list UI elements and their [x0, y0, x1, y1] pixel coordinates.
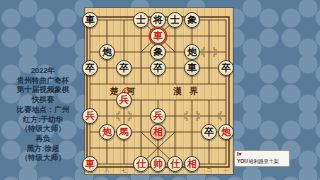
thumbnail-screen: 2022年贵州特曲广奇杯第十届视频象棋快棋赛比赛地点：广州红方:于幼华（特级大师…	[0, 0, 320, 180]
watermark-channel-name: YOU哈利路亚十架	[237, 159, 287, 164]
info-line: 快棋赛	[0, 95, 86, 105]
piece-black-卒-f3r3[interactable]: 卒	[116, 60, 132, 76]
file-label: 七	[119, 167, 129, 173]
info-line: 再负	[0, 134, 86, 144]
tournament-info-lines: 2022年贵州特曲广奇杯第十届视频象棋快棋赛比赛地点：广州红方:于幼华（特级大师…	[0, 66, 86, 163]
piece-black-卒-f1r3[interactable]: 卒	[82, 60, 98, 76]
file-label: 八	[102, 167, 112, 173]
piece-black-車-f7r3[interactable]: 車	[184, 60, 200, 76]
piece-red-炮-f2r7[interactable]: 炮	[99, 124, 115, 140]
piece-red-仕-f6r9[interactable]: 仕	[167, 156, 183, 172]
channel-watermark: I♥ YOU哈利路亚十架	[234, 150, 290, 167]
piece-black-将-f5r0[interactable]: 将	[150, 12, 166, 28]
piece-red-仕-f4r9[interactable]: 仕	[133, 156, 149, 172]
piece-black-象-f7r0[interactable]: 象	[184, 12, 200, 28]
file-label: 一	[221, 167, 231, 173]
piece-red-兵-f3r5[interactable]: 兵	[116, 92, 132, 108]
piece-black-卒-f8r7[interactable]: 卒	[201, 124, 217, 140]
piece-red-車-f1r9[interactable]: 車	[82, 156, 98, 172]
info-line: 红方:于幼华	[0, 115, 86, 125]
piece-red-兵-f1r6[interactable]: 兵	[82, 108, 98, 124]
piece-red-車-f5r1[interactable]: 車	[150, 28, 166, 44]
piece-black-士-f4r0[interactable]: 士	[133, 12, 149, 28]
piece-red-馬-f3r7[interactable]: 馬	[116, 124, 132, 140]
info-line: 2022年	[0, 66, 86, 76]
info-line: 比赛地点：广州	[0, 105, 86, 115]
info-line: 第十届视频象棋	[0, 85, 86, 95]
piece-red-相-f5r7[interactable]: 相	[150, 124, 166, 140]
tournament-info-panel: 2022年贵州特曲广奇杯第十届视频象棋快棋赛比赛地点：广州红方:于幼华（特级大师…	[0, 66, 86, 163]
piece-black-炮-f7r2[interactable]: 炮	[184, 44, 200, 60]
info-line: 贵州特曲广奇杯	[0, 76, 86, 86]
xiangqi-board[interactable]: 楚 河 漢 界 車士将士象車炮象炮卒卒卒車卒兵兵兵炮馬相卒炮車仕帅仕相 九八七六…	[85, 8, 233, 174]
piece-black-卒-f9r3[interactable]: 卒	[218, 60, 234, 76]
info-line: （特级大师）	[0, 153, 86, 163]
info-line: 黑方:徐超	[0, 144, 86, 154]
piece-red-相-f7r9[interactable]: 相	[184, 156, 200, 172]
file-label: 二	[204, 167, 214, 173]
piece-black-象-f5r2[interactable]: 象	[150, 44, 166, 60]
piece-black-卒-f5r3[interactable]: 卒	[150, 60, 166, 76]
piece-red-帅-f5r9[interactable]: 帅	[150, 156, 166, 172]
piece-black-士-f6r0[interactable]: 士	[167, 12, 183, 28]
piece-black-炮-f2r2[interactable]: 炮	[99, 44, 115, 60]
piece-black-車-f1r0[interactable]: 車	[82, 12, 98, 28]
piece-red-炮-f9r7[interactable]: 炮	[218, 124, 234, 140]
pieces-grid: 車士将士象車炮象炮卒卒卒車卒兵兵兵炮馬相卒炮車仕帅仕相	[82, 12, 235, 172]
piece-red-兵-f5r6[interactable]: 兵	[150, 108, 166, 124]
heart-icon: ♥	[239, 151, 242, 157]
info-line: （特级大师）	[0, 124, 86, 134]
